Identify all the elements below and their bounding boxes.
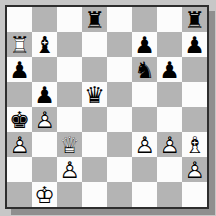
white-king-b1: ♚♔ xyxy=(32,182,57,207)
square-g5 xyxy=(157,82,182,107)
square-a1 xyxy=(7,182,32,207)
black-pawn-a6: ♟ xyxy=(7,57,32,82)
white-pawn-b4: ♟♙ xyxy=(32,107,57,132)
square-b7: ♝ xyxy=(32,32,57,57)
square-f7: ♟ xyxy=(132,32,157,57)
white-pawn-f3: ♟♙ xyxy=(132,132,157,157)
square-c4 xyxy=(57,107,82,132)
square-h6 xyxy=(182,57,207,82)
square-e3 xyxy=(107,132,132,157)
white-pawn-h2: ♟♙ xyxy=(182,157,207,182)
square-e4 xyxy=(107,107,132,132)
white-queen-c3: ♛♕ xyxy=(57,132,82,157)
black-queen-d5: ♛ xyxy=(82,82,107,107)
square-h4 xyxy=(182,107,207,132)
square-h7: ♟ xyxy=(182,32,207,57)
square-g6: ♟ xyxy=(157,57,182,82)
black-bishop-b7: ♝ xyxy=(32,32,57,57)
square-f1 xyxy=(132,182,157,207)
square-b5: ♟ xyxy=(32,82,57,107)
square-c7 xyxy=(57,32,82,57)
square-a8 xyxy=(7,7,32,32)
square-e5 xyxy=(107,82,132,107)
square-d5: ♛ xyxy=(82,82,107,107)
square-a2 xyxy=(7,157,32,182)
square-c2: ♟♙ xyxy=(57,157,82,182)
black-rook-h8: ♜ xyxy=(182,7,207,32)
square-e6 xyxy=(107,57,132,82)
square-g7 xyxy=(157,32,182,57)
board-frame: ♜♜♜♖♝♟♟♟♞♟♟♛♚♟♙♟♙♛♕♟♙♟♙♝♗♟♙♟♙♚♔ xyxy=(5,5,209,209)
white-bishop-h3: ♝♗ xyxy=(182,132,207,157)
square-d4 xyxy=(82,107,107,132)
white-pawn-a3: ♟♙ xyxy=(7,132,32,157)
square-f5 xyxy=(132,82,157,107)
black-pawn-h7: ♟ xyxy=(182,32,207,57)
black-pawn-g6: ♟ xyxy=(157,57,182,82)
black-rook-d8: ♜ xyxy=(82,7,107,32)
square-h1 xyxy=(182,182,207,207)
square-h5 xyxy=(182,82,207,107)
square-e7 xyxy=(107,32,132,57)
square-d7 xyxy=(82,32,107,57)
square-b1: ♚♔ xyxy=(32,182,57,207)
square-a7: ♜♖ xyxy=(7,32,32,57)
white-rook-a7: ♜♖ xyxy=(7,32,32,57)
square-b4: ♟♙ xyxy=(32,107,57,132)
white-pawn-g3: ♟♙ xyxy=(157,132,182,157)
square-e8 xyxy=(107,7,132,32)
square-c6 xyxy=(57,57,82,82)
square-a6: ♟ xyxy=(7,57,32,82)
square-c3: ♛♕ xyxy=(57,132,82,157)
square-f6: ♞ xyxy=(132,57,157,82)
square-g1 xyxy=(157,182,182,207)
square-d6 xyxy=(82,57,107,82)
square-h3: ♝♗ xyxy=(182,132,207,157)
black-pawn-b5: ♟ xyxy=(32,82,57,107)
black-king-a4: ♚ xyxy=(7,107,32,132)
square-h8: ♜ xyxy=(182,7,207,32)
square-f2 xyxy=(132,157,157,182)
square-b2 xyxy=(32,157,57,182)
square-g3: ♟♙ xyxy=(157,132,182,157)
square-d1 xyxy=(82,182,107,207)
chess-board: ♜♜♜♖♝♟♟♟♞♟♟♛♚♟♙♟♙♛♕♟♙♟♙♝♗♟♙♟♙♚♔ xyxy=(7,7,207,207)
square-b8 xyxy=(32,7,57,32)
square-b6 xyxy=(32,57,57,82)
square-d8: ♜ xyxy=(82,7,107,32)
square-b3 xyxy=(32,132,57,157)
square-c1 xyxy=(57,182,82,207)
black-pawn-f7: ♟ xyxy=(132,32,157,57)
square-a3: ♟♙ xyxy=(7,132,32,157)
square-h2: ♟♙ xyxy=(182,157,207,182)
square-g4 xyxy=(157,107,182,132)
square-d2 xyxy=(82,157,107,182)
black-knight-f6: ♞ xyxy=(132,57,157,82)
square-c5 xyxy=(57,82,82,107)
square-f3: ♟♙ xyxy=(132,132,157,157)
square-e2 xyxy=(107,157,132,182)
square-d3 xyxy=(82,132,107,157)
white-pawn-c2: ♟♙ xyxy=(57,157,82,182)
square-a5 xyxy=(7,82,32,107)
square-f4 xyxy=(132,107,157,132)
square-f8 xyxy=(132,7,157,32)
square-g8 xyxy=(157,7,182,32)
square-e1 xyxy=(107,182,132,207)
square-g2 xyxy=(157,157,182,182)
square-c8 xyxy=(57,7,82,32)
square-a4: ♚ xyxy=(7,107,32,132)
